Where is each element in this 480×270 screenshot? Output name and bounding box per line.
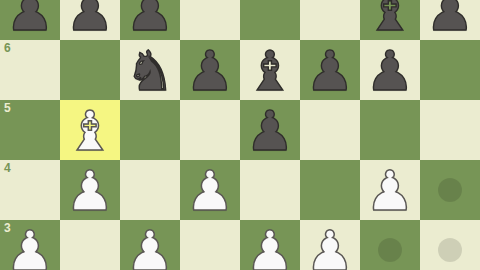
square-b3[interactable] (60, 220, 120, 270)
square-h5[interactable] (420, 100, 480, 160)
white-pawn-piece[interactable]: ♟ (5, 221, 54, 270)
move-hint-dot[interactable] (438, 178, 462, 202)
rank-label-5: 5 (4, 102, 11, 114)
square-e5[interactable]: ♟ (240, 100, 300, 160)
white-pawn-piece[interactable]: ♟ (125, 221, 174, 270)
square-h6[interactable] (420, 40, 480, 100)
square-f5[interactable] (300, 100, 360, 160)
black-pawn-piece[interactable]: ♟ (65, 0, 114, 41)
square-d5[interactable] (180, 100, 240, 160)
white-pawn-piece[interactable]: ♟ (185, 161, 234, 221)
black-bishop-piece[interactable]: ♝ (365, 0, 414, 41)
white-pawn-piece[interactable]: ♟ (65, 161, 114, 221)
square-c4[interactable] (120, 160, 180, 220)
square-d6[interactable]: ♟ (180, 40, 240, 100)
square-b4[interactable]: ♟ (60, 160, 120, 220)
move-hint-dot[interactable] (378, 238, 402, 262)
black-pawn-piece[interactable]: ♟ (185, 41, 234, 101)
square-a5[interactable]: 5 (0, 100, 60, 160)
square-e6[interactable]: ♝ (240, 40, 300, 100)
black-pawn-piece[interactable]: ♟ (5, 0, 54, 41)
square-h3[interactable] (420, 220, 480, 270)
square-g7[interactable]: ♝ (360, 0, 420, 40)
square-c7[interactable]: ♟ (120, 0, 180, 40)
move-hint-dot[interactable] (438, 238, 462, 262)
white-pawn-piece[interactable]: ♟ (245, 221, 294, 270)
rank-label-4: 4 (4, 162, 11, 174)
square-f7[interactable] (300, 0, 360, 40)
square-d3[interactable] (180, 220, 240, 270)
square-c6[interactable]: ♞ (120, 40, 180, 100)
square-b7[interactable]: ♟ (60, 0, 120, 40)
chess-board: 7♟♟♟♝♟6♞♟♝♟♟5♝♟4♟♟♟3♟♟♟♟ (0, 0, 480, 270)
white-pawn-piece[interactable]: ♟ (305, 221, 354, 270)
chess-board-viewport: 7♟♟♟♝♟6♞♟♝♟♟5♝♟4♟♟♟3♟♟♟♟ (0, 0, 480, 270)
square-h4[interactable] (420, 160, 480, 220)
square-a3[interactable]: 3♟ (0, 220, 60, 270)
square-f4[interactable] (300, 160, 360, 220)
square-a4[interactable]: 4 (0, 160, 60, 220)
square-g6[interactable]: ♟ (360, 40, 420, 100)
square-b6[interactable] (60, 40, 120, 100)
square-f6[interactable]: ♟ (300, 40, 360, 100)
square-a6[interactable]: 6 (0, 40, 60, 100)
black-bishop-piece[interactable]: ♝ (245, 41, 294, 101)
square-e3[interactable]: ♟ (240, 220, 300, 270)
square-g5[interactable] (360, 100, 420, 160)
square-h7[interactable]: ♟ (420, 0, 480, 40)
square-b5[interactable]: ♝ (60, 100, 120, 160)
square-d7[interactable] (180, 0, 240, 40)
white-pawn-piece[interactable]: ♟ (365, 161, 414, 221)
black-pawn-piece[interactable]: ♟ (365, 41, 414, 101)
square-g3[interactable] (360, 220, 420, 270)
black-pawn-piece[interactable]: ♟ (305, 41, 354, 101)
rank-label-6: 6 (4, 42, 11, 54)
square-e7[interactable] (240, 0, 300, 40)
white-bishop-piece[interactable]: ♝ (65, 101, 114, 161)
black-knight-piece[interactable]: ♞ (125, 41, 174, 101)
square-c3[interactable]: ♟ (120, 220, 180, 270)
square-f3[interactable]: ♟ (300, 220, 360, 270)
square-e4[interactable] (240, 160, 300, 220)
square-g4[interactable]: ♟ (360, 160, 420, 220)
square-c5[interactable] (120, 100, 180, 160)
black-pawn-piece[interactable]: ♟ (245, 101, 294, 161)
square-d4[interactable]: ♟ (180, 160, 240, 220)
square-a7[interactable]: 7♟ (0, 0, 60, 40)
black-pawn-piece[interactable]: ♟ (425, 0, 474, 41)
black-pawn-piece[interactable]: ♟ (125, 0, 174, 41)
